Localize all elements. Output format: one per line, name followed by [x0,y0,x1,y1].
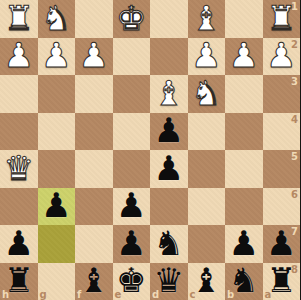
square-d7[interactable]: ♞ [150,225,188,263]
square-e8[interactable]: e♚ [113,263,151,300]
piece-white-knight[interactable]: ♞ [191,76,221,110]
square-c7[interactable] [188,225,226,263]
square-a3[interactable]: 3 [263,75,301,113]
square-b6[interactable] [225,188,263,226]
piece-black-knight[interactable]: ♞ [154,226,184,260]
square-c1[interactable]: ♝ [188,0,226,38]
piece-black-pawn[interactable]: ♟ [41,188,71,222]
piece-white-king[interactable]: ♚ [116,1,146,35]
piece-black-pawn[interactable]: ♟ [116,188,146,222]
square-h4[interactable] [0,113,38,151]
square-g7[interactable] [38,225,76,263]
piece-black-rook[interactable]: ♜ [4,263,34,297]
piece-white-pawn[interactable]: ♟ [191,38,221,72]
piece-white-knight[interactable]: ♞ [41,1,71,35]
square-g6[interactable]: ♟ [38,188,76,226]
square-a1[interactable]: 1♜ [263,0,301,38]
square-c4[interactable] [188,113,226,151]
square-b4[interactable] [225,113,263,151]
square-e6[interactable]: ♟ [113,188,151,226]
piece-black-bishop[interactable]: ♝ [79,263,109,297]
square-f5[interactable] [75,150,113,188]
square-g2[interactable]: ♟ [38,38,76,76]
square-c6[interactable] [188,188,226,226]
square-a6[interactable]: 6 [263,188,301,226]
square-f8[interactable]: f♝ [75,263,113,300]
square-g4[interactable] [38,113,76,151]
rank-label-3: 3 [291,76,298,87]
square-d1[interactable] [150,0,188,38]
square-h8[interactable]: h♜ [0,263,38,300]
square-b3[interactable] [225,75,263,113]
piece-black-knight[interactable]: ♞ [229,263,259,297]
square-b8[interactable]: b♞ [225,263,263,300]
square-h2[interactable]: ♟ [0,38,38,76]
square-g1[interactable]: ♞ [38,0,76,38]
piece-black-pawn[interactable]: ♟ [266,226,296,260]
piece-black-rook[interactable]: ♜ [266,263,296,297]
piece-white-rook[interactable]: ♜ [266,1,296,35]
square-g5[interactable] [38,150,76,188]
square-b7[interactable]: ♟ [225,225,263,263]
piece-black-pawn[interactable]: ♟ [4,226,34,260]
square-e1[interactable]: ♚ [113,0,151,38]
square-h3[interactable] [0,75,38,113]
square-h1[interactable]: ♜ [0,0,38,38]
square-d8[interactable]: d♛ [150,263,188,300]
square-g3[interactable] [38,75,76,113]
square-f3[interactable] [75,75,113,113]
rank-label-6: 6 [291,189,298,200]
square-a2[interactable]: 2♟ [263,38,301,76]
square-a5[interactable]: 5 [263,150,301,188]
square-c2[interactable]: ♟ [188,38,226,76]
square-e3[interactable] [113,75,151,113]
square-e4[interactable] [113,113,151,151]
square-c8[interactable]: c♝ [188,263,226,300]
piece-white-pawn[interactable]: ♟ [4,38,34,72]
piece-black-king[interactable]: ♚ [116,263,146,297]
piece-black-pawn[interactable]: ♟ [154,113,184,147]
piece-white-pawn[interactable]: ♟ [266,38,296,72]
piece-black-queen[interactable]: ♛ [154,263,184,297]
square-h7[interactable]: ♟ [0,225,38,263]
square-g8[interactable]: g [38,263,76,300]
square-h5[interactable]: ♛ [0,150,38,188]
piece-white-bishop[interactable]: ♝ [154,76,184,110]
piece-white-bishop[interactable]: ♝ [191,1,221,35]
square-a4[interactable]: 4 [263,113,301,151]
square-f2[interactable]: ♟ [75,38,113,76]
file-label-g: g [40,289,47,300]
square-h6[interactable] [0,188,38,226]
square-d4[interactable]: ♟ [150,113,188,151]
square-c5[interactable] [188,150,226,188]
piece-black-bishop[interactable]: ♝ [191,263,221,297]
square-f1[interactable] [75,0,113,38]
rank-label-4: 4 [291,114,298,125]
square-d2[interactable] [150,38,188,76]
square-f4[interactable] [75,113,113,151]
square-e5[interactable] [113,150,151,188]
square-b1[interactable] [225,0,263,38]
piece-white-queen[interactable]: ♛ [4,151,34,185]
piece-white-pawn[interactable]: ♟ [229,38,259,72]
square-c3[interactable]: ♞ [188,75,226,113]
chess-board: ♜♞♚♝1♜♟♟♟♟♟2♟♝♞3♟4♛♟5♟♟6♟♟♞♟7♟h♜gf♝e♚d♛c… [0,0,300,300]
piece-white-pawn[interactable]: ♟ [79,38,109,72]
square-b2[interactable]: ♟ [225,38,263,76]
square-e2[interactable] [113,38,151,76]
piece-black-pawn[interactable]: ♟ [116,226,146,260]
square-b5[interactable] [225,150,263,188]
piece-white-rook[interactable]: ♜ [4,1,34,35]
piece-white-pawn[interactable]: ♟ [41,38,71,72]
piece-black-pawn[interactable]: ♟ [154,151,184,185]
square-d6[interactable] [150,188,188,226]
square-f7[interactable] [75,225,113,263]
square-a7[interactable]: 7♟ [263,225,301,263]
square-f6[interactable] [75,188,113,226]
square-a8[interactable]: 8a♜ [263,263,301,300]
piece-black-pawn[interactable]: ♟ [229,226,259,260]
square-e7[interactable]: ♟ [113,225,151,263]
square-d5[interactable]: ♟ [150,150,188,188]
square-d3[interactable]: ♝ [150,75,188,113]
rank-label-5: 5 [291,151,298,162]
